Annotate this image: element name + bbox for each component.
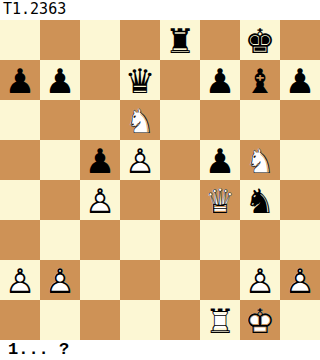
square-h1[interactable]	[280, 300, 320, 340]
square-e1[interactable]	[160, 300, 200, 340]
square-b3[interactable]	[40, 220, 80, 260]
square-f4[interactable]: ♛♕	[200, 180, 240, 220]
piece-white-knight: ♞♘	[120, 100, 160, 140]
square-f6[interactable]	[200, 100, 240, 140]
square-g6[interactable]	[240, 100, 280, 140]
square-f8[interactable]	[200, 20, 240, 60]
square-c1[interactable]	[80, 300, 120, 340]
square-a6[interactable]	[0, 100, 40, 140]
square-b8[interactable]	[40, 20, 80, 60]
square-b4[interactable]	[40, 180, 80, 220]
piece-white-pawn: ♟♙	[40, 260, 80, 300]
square-f3[interactable]	[200, 220, 240, 260]
piece-white-pawn: ♟♙	[80, 180, 120, 220]
square-b1[interactable]	[40, 300, 80, 340]
square-c3[interactable]	[80, 220, 120, 260]
piece-black-pawn: ♟	[40, 60, 80, 100]
piece-black-knight: ♞	[240, 180, 280, 220]
square-c4[interactable]: ♟♙	[80, 180, 120, 220]
piece-white-pawn: ♟♙	[0, 260, 40, 300]
piece-black-rook: ♜	[160, 20, 200, 60]
square-g8[interactable]: ♚	[240, 20, 280, 60]
square-f5[interactable]: ♟	[200, 140, 240, 180]
square-h8[interactable]	[280, 20, 320, 60]
square-e7[interactable]	[160, 60, 200, 100]
square-b6[interactable]	[40, 100, 80, 140]
square-e4[interactable]	[160, 180, 200, 220]
square-g4[interactable]: ♞	[240, 180, 280, 220]
piece-white-queen: ♛♕	[200, 180, 240, 220]
square-h4[interactable]	[280, 180, 320, 220]
square-h5[interactable]	[280, 140, 320, 180]
piece-black-queen: ♛	[120, 60, 160, 100]
piece-white-pawn: ♟♙	[120, 140, 160, 180]
puzzle-id: T1.2363	[0, 0, 320, 20]
piece-white-rook: ♜♖	[200, 300, 240, 340]
square-d7[interactable]: ♛	[120, 60, 160, 100]
square-a1[interactable]	[0, 300, 40, 340]
square-f7[interactable]: ♟	[200, 60, 240, 100]
square-h7[interactable]: ♟	[280, 60, 320, 100]
square-c5[interactable]: ♟	[80, 140, 120, 180]
square-a5[interactable]	[0, 140, 40, 180]
piece-black-pawn: ♟	[280, 60, 320, 100]
piece-black-pawn: ♟	[80, 140, 120, 180]
square-g7[interactable]: ♝	[240, 60, 280, 100]
square-a8[interactable]	[0, 20, 40, 60]
piece-black-pawn: ♟	[0, 60, 40, 100]
square-g1[interactable]: ♚♔	[240, 300, 280, 340]
square-g5[interactable]: ♞♘	[240, 140, 280, 180]
square-d3[interactable]	[120, 220, 160, 260]
square-d1[interactable]	[120, 300, 160, 340]
square-h2[interactable]: ♟♙	[280, 260, 320, 300]
square-b2[interactable]: ♟♙	[40, 260, 80, 300]
square-b5[interactable]	[40, 140, 80, 180]
piece-white-pawn: ♟♙	[280, 260, 320, 300]
square-e8[interactable]: ♜	[160, 20, 200, 60]
square-f1[interactable]: ♜♖	[200, 300, 240, 340]
square-h3[interactable]	[280, 220, 320, 260]
square-e5[interactable]	[160, 140, 200, 180]
square-a2[interactable]: ♟♙	[0, 260, 40, 300]
square-g3[interactable]	[240, 220, 280, 260]
piece-black-pawn: ♟	[200, 60, 240, 100]
piece-black-bishop: ♝	[240, 60, 280, 100]
square-d4[interactable]	[120, 180, 160, 220]
square-e3[interactable]	[160, 220, 200, 260]
square-g2[interactable]: ♟♙	[240, 260, 280, 300]
square-c8[interactable]	[80, 20, 120, 60]
chess-board: ♜♚♟♟♛♟♝♟♞♘♟♟♙♟♞♘♟♙♛♕♞♟♙♟♙♟♙♟♙♜♖♚♔	[0, 20, 320, 340]
square-c6[interactable]	[80, 100, 120, 140]
chess-puzzle-screen: T1.2363 ♜♚♟♟♛♟♝♟♞♘♟♟♙♟♞♘♟♙♛♕♞♟♙♟♙♟♙♟♙♜♖♚…	[0, 0, 320, 360]
square-f2[interactable]	[200, 260, 240, 300]
square-c7[interactable]	[80, 60, 120, 100]
piece-white-king: ♚♔	[240, 300, 280, 340]
square-d6[interactable]: ♞♘	[120, 100, 160, 140]
square-h6[interactable]	[280, 100, 320, 140]
square-a4[interactable]	[0, 180, 40, 220]
square-b7[interactable]: ♟	[40, 60, 80, 100]
square-c2[interactable]	[80, 260, 120, 300]
piece-black-pawn: ♟	[200, 140, 240, 180]
square-d5[interactable]: ♟♙	[120, 140, 160, 180]
piece-white-pawn: ♟♙	[240, 260, 280, 300]
square-d8[interactable]	[120, 20, 160, 60]
square-a3[interactable]	[0, 220, 40, 260]
square-d2[interactable]	[120, 260, 160, 300]
square-e6[interactable]	[160, 100, 200, 140]
piece-black-king: ♚	[240, 20, 280, 60]
piece-white-knight: ♞♘	[240, 140, 280, 180]
move-prompt: 1... ?	[0, 340, 320, 360]
square-e2[interactable]	[160, 260, 200, 300]
square-a7[interactable]: ♟	[0, 60, 40, 100]
